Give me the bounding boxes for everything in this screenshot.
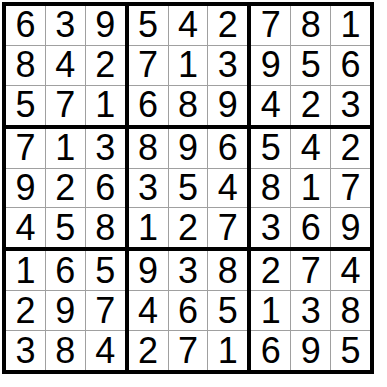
cell-r6c1[interactable]: 4	[6, 208, 45, 247]
cell-r8c9[interactable]: 8	[331, 291, 370, 330]
sudoku-board: 6398425715427136897819564237139264588963…	[2, 2, 374, 374]
cell-r2c6[interactable]: 3	[208, 46, 247, 85]
cell-r2c8[interactable]: 5	[291, 46, 330, 85]
cell-r4c7[interactable]: 5	[251, 129, 290, 168]
box-r2c1: 713926458	[6, 129, 125, 248]
cell-r1c6[interactable]: 2	[208, 6, 247, 45]
cell-r9c5[interactable]: 7	[169, 331, 208, 370]
cell-r5c2[interactable]: 2	[46, 169, 85, 208]
box-r3c3: 274138695	[251, 251, 370, 370]
cell-r1c8[interactable]: 8	[291, 6, 330, 45]
cell-r3c7[interactable]: 4	[251, 86, 290, 125]
cell-r7c6[interactable]: 8	[208, 251, 247, 290]
cell-r9c1[interactable]: 3	[6, 331, 45, 370]
cell-r2c3[interactable]: 2	[86, 46, 125, 85]
cell-r8c8[interactable]: 3	[291, 291, 330, 330]
cell-r4c1[interactable]: 7	[6, 129, 45, 168]
cell-r3c3[interactable]: 1	[86, 86, 125, 125]
cell-r1c3[interactable]: 9	[86, 6, 125, 45]
cell-r7c9[interactable]: 4	[331, 251, 370, 290]
cell-r4c9[interactable]: 2	[331, 129, 370, 168]
box-r3c2: 938465271	[129, 251, 248, 370]
cell-r3c2[interactable]: 7	[46, 86, 85, 125]
cell-r6c5[interactable]: 2	[169, 208, 208, 247]
cell-r4c4[interactable]: 8	[129, 129, 168, 168]
cell-r8c1[interactable]: 2	[6, 291, 45, 330]
box-r1c1: 639842571	[6, 6, 125, 125]
cell-r9c7[interactable]: 6	[251, 331, 290, 370]
cell-r7c2[interactable]: 6	[46, 251, 85, 290]
cell-r4c8[interactable]: 4	[291, 129, 330, 168]
cell-r9c2[interactable]: 8	[46, 331, 85, 370]
cell-r6c4[interactable]: 1	[129, 208, 168, 247]
cell-r5c8[interactable]: 1	[291, 169, 330, 208]
cell-r5c5[interactable]: 5	[169, 169, 208, 208]
cell-r8c7[interactable]: 1	[251, 291, 290, 330]
cell-r1c5[interactable]: 4	[169, 6, 208, 45]
cell-r9c9[interactable]: 5	[331, 331, 370, 370]
box-r1c2: 542713689	[129, 6, 248, 125]
cell-r5c3[interactable]: 6	[86, 169, 125, 208]
cell-r6c6[interactable]: 7	[208, 208, 247, 247]
box-r2c3: 542817369	[251, 129, 370, 248]
cell-r8c6[interactable]: 5	[208, 291, 247, 330]
cell-r7c7[interactable]: 2	[251, 251, 290, 290]
cell-r6c9[interactable]: 9	[331, 208, 370, 247]
cell-r2c7[interactable]: 9	[251, 46, 290, 85]
cell-r2c1[interactable]: 8	[6, 46, 45, 85]
cell-r2c2[interactable]: 4	[46, 46, 85, 85]
cell-r5c9[interactable]: 7	[331, 169, 370, 208]
cell-r5c4[interactable]: 3	[129, 169, 168, 208]
cell-r8c2[interactable]: 9	[46, 291, 85, 330]
cell-r8c4[interactable]: 4	[129, 291, 168, 330]
box-r3c1: 165297384	[6, 251, 125, 370]
cell-r4c5[interactable]: 9	[169, 129, 208, 168]
box-r1c3: 781956423	[251, 6, 370, 125]
cell-r6c8[interactable]: 6	[291, 208, 330, 247]
cell-r9c6[interactable]: 1	[208, 331, 247, 370]
cell-r5c1[interactable]: 9	[6, 169, 45, 208]
cell-r9c4[interactable]: 2	[129, 331, 168, 370]
cell-r5c7[interactable]: 8	[251, 169, 290, 208]
cell-r4c3[interactable]: 3	[86, 129, 125, 168]
cell-r3c5[interactable]: 8	[169, 86, 208, 125]
cell-r2c4[interactable]: 7	[129, 46, 168, 85]
cell-r6c3[interactable]: 8	[86, 208, 125, 247]
cell-r3c6[interactable]: 9	[208, 86, 247, 125]
cell-r9c8[interactable]: 9	[291, 331, 330, 370]
cell-r3c9[interactable]: 3	[331, 86, 370, 125]
cell-r8c5[interactable]: 6	[169, 291, 208, 330]
cell-r5c6[interactable]: 4	[208, 169, 247, 208]
cell-r7c1[interactable]: 1	[6, 251, 45, 290]
cell-r1c7[interactable]: 7	[251, 6, 290, 45]
cell-r8c3[interactable]: 7	[86, 291, 125, 330]
cell-r3c8[interactable]: 2	[291, 86, 330, 125]
cell-r4c2[interactable]: 1	[46, 129, 85, 168]
cell-r3c4[interactable]: 6	[129, 86, 168, 125]
cell-r1c1[interactable]: 6	[6, 6, 45, 45]
cell-r1c4[interactable]: 5	[129, 6, 168, 45]
cell-r4c6[interactable]: 6	[208, 129, 247, 168]
cell-r7c3[interactable]: 5	[86, 251, 125, 290]
cell-r2c5[interactable]: 1	[169, 46, 208, 85]
cell-r7c5[interactable]: 3	[169, 251, 208, 290]
cell-r9c3[interactable]: 4	[86, 331, 125, 370]
cell-r6c2[interactable]: 5	[46, 208, 85, 247]
cell-r1c2[interactable]: 3	[46, 6, 85, 45]
box-r2c2: 896354127	[129, 129, 248, 248]
cell-r7c4[interactable]: 9	[129, 251, 168, 290]
cell-r3c1[interactable]: 5	[6, 86, 45, 125]
cell-r7c8[interactable]: 7	[291, 251, 330, 290]
cell-r6c7[interactable]: 3	[251, 208, 290, 247]
cell-r2c9[interactable]: 6	[331, 46, 370, 85]
cell-r1c9[interactable]: 1	[331, 6, 370, 45]
